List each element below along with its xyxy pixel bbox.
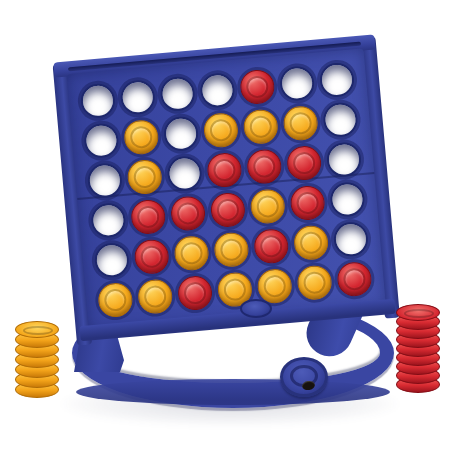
empty-hole — [199, 72, 236, 109]
cell-r6-c3[interactable] — [173, 271, 216, 314]
cell-r6-c1[interactable] — [94, 278, 137, 321]
empty-hole — [333, 221, 370, 258]
yellow-disc[interactable] — [173, 235, 210, 272]
yellow-disc[interactable] — [97, 282, 134, 319]
cell-r5-c7[interactable] — [329, 218, 372, 261]
empty-hole — [319, 61, 356, 98]
red-disc[interactable] — [170, 195, 207, 232]
cell-r5-c1[interactable] — [90, 239, 133, 282]
base-medallion — [280, 357, 328, 397]
yellow-disc[interactable] — [293, 224, 330, 261]
empty-hole — [93, 242, 130, 279]
yellow-disc[interactable] — [213, 231, 250, 268]
empty-hole — [163, 115, 200, 152]
cell-r4-c4[interactable] — [206, 188, 249, 231]
yellow-disc[interactable] — [137, 278, 174, 315]
cell-r2-c5[interactable] — [239, 105, 282, 148]
cell-r2-c4[interactable] — [199, 109, 242, 152]
cell-r1-c3[interactable] — [156, 72, 199, 115]
cell-r4-c7[interactable] — [326, 178, 369, 221]
cell-r1-c1[interactable] — [76, 79, 119, 122]
empty-hole — [322, 101, 359, 138]
cell-r5-c3[interactable] — [170, 232, 213, 275]
yellow-disc[interactable] — [203, 112, 240, 149]
cell-r1-c7[interactable] — [315, 58, 358, 101]
cell-r4-c6[interactable] — [286, 181, 329, 224]
red-disc[interactable] — [210, 191, 247, 228]
cell-r4-c5[interactable] — [246, 185, 289, 228]
cell-r4-c3[interactable] — [166, 192, 209, 235]
cell-r1-c5[interactable] — [236, 65, 279, 108]
red-spare-disc-stack[interactable] — [396, 304, 440, 400]
cell-r6-c6[interactable] — [293, 261, 336, 304]
red-disc[interactable] — [130, 198, 167, 235]
yellow-disc[interactable] — [296, 264, 333, 301]
connect-four-board — [52, 28, 400, 347]
red-disc[interactable] — [133, 238, 170, 275]
cell-r6-c7[interactable] — [333, 257, 376, 300]
yellow-disc[interactable] — [123, 119, 160, 156]
cell-r5-c2[interactable] — [130, 235, 173, 278]
cell-r1-c4[interactable] — [196, 69, 239, 112]
cell-r2-c1[interactable] — [80, 119, 123, 162]
cell-r2-c6[interactable] — [279, 102, 322, 145]
cell-r1-c6[interactable] — [275, 62, 318, 105]
cell-r2-c2[interactable] — [120, 116, 163, 159]
cell-r2-c3[interactable] — [159, 112, 202, 155]
cell-r1-c2[interactable] — [116, 76, 159, 119]
cell-r2-c7[interactable] — [319, 98, 362, 141]
red-disc[interactable] — [253, 228, 290, 265]
board-grid — [66, 48, 385, 331]
empty-hole — [90, 202, 127, 239]
red-disc[interactable] — [239, 68, 276, 105]
empty-hole — [279, 65, 316, 102]
cell-r4-c2[interactable] — [127, 195, 170, 238]
empty-hole — [119, 79, 156, 116]
cell-r5-c5[interactable] — [250, 225, 293, 268]
yellow-disc[interactable] — [249, 188, 286, 225]
yellow-disc[interactable] — [242, 108, 279, 145]
red-spare-disc[interactable] — [396, 304, 440, 321]
empty-hole — [79, 82, 116, 119]
red-disc[interactable] — [177, 275, 214, 312]
cell-r5-c6[interactable] — [289, 221, 332, 264]
red-disc[interactable] — [336, 261, 373, 298]
cell-r4-c1[interactable] — [87, 199, 130, 242]
empty-hole — [83, 122, 120, 159]
disc-face-ring — [23, 326, 53, 335]
empty-hole — [329, 181, 366, 218]
yellow-disc[interactable] — [282, 105, 319, 142]
yellow-spare-disc[interactable] — [15, 321, 59, 338]
connect-four-scene — [0, 0, 460, 460]
red-disc[interactable] — [289, 185, 326, 222]
cell-r6-c2[interactable] — [134, 275, 177, 318]
medallion-hole — [301, 380, 316, 392]
yellow-spare-disc-stack[interactable] — [15, 321, 59, 405]
cell-r5-c4[interactable] — [210, 228, 253, 271]
disc-face-ring — [404, 309, 434, 318]
blue-disc-on-bottom-bar — [240, 299, 272, 318]
empty-hole — [159, 75, 196, 112]
